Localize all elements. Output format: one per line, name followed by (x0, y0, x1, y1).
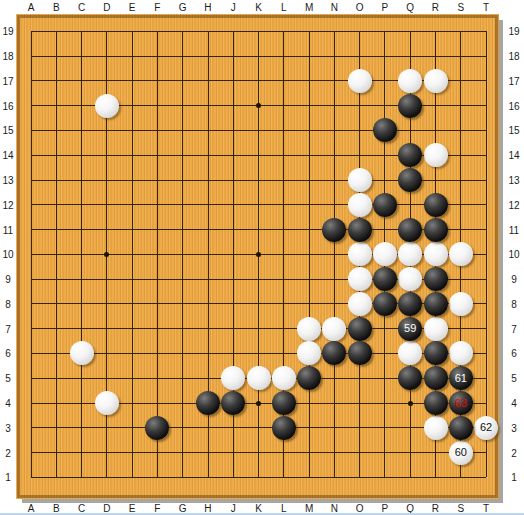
column-label-top-G: G (179, 2, 187, 13)
row-label-right-3: 3 (511, 422, 517, 433)
row-label-right-5: 5 (511, 373, 517, 384)
white-stone-O12[interactable] (348, 193, 372, 217)
move-number-61: 61 (455, 373, 467, 384)
row-label-right-8: 8 (511, 298, 517, 309)
row-label-left-15: 15 (2, 125, 13, 136)
row-label-right-4: 4 (511, 398, 517, 409)
column-label-bottom-E: E (129, 503, 136, 514)
row-label-right-2: 2 (511, 447, 517, 458)
white-stone-J5[interactable] (221, 366, 245, 390)
white-stone-S10[interactable] (449, 242, 473, 266)
white-stone-C6[interactable] (70, 341, 94, 365)
grid-line-horizontal (31, 452, 486, 453)
column-label-bottom-S: S (457, 503, 464, 514)
black-stone-L4[interactable] (272, 391, 296, 415)
black-stone-R5[interactable] (424, 366, 448, 390)
row-label-left-7: 7 (5, 323, 11, 334)
column-label-bottom-P: P (382, 503, 389, 514)
black-stone-R9[interactable] (424, 267, 448, 291)
black-stone-Q8[interactable] (398, 292, 422, 316)
row-label-right-9: 9 (511, 274, 517, 285)
column-label-bottom-D: D (103, 503, 110, 514)
row-label-left-13: 13 (2, 174, 13, 185)
row-label-left-14: 14 (2, 150, 13, 161)
column-label-bottom-C: C (78, 503, 85, 514)
column-label-bottom-H: H (204, 503, 211, 514)
row-label-right-14: 14 (508, 150, 519, 161)
row-label-left-9: 9 (5, 274, 11, 285)
white-stone-R7[interactable] (424, 317, 448, 341)
black-stone-Q16[interactable] (398, 94, 422, 118)
column-label-top-Q: Q (406, 2, 414, 13)
black-stone-S4[interactable]: 63 (449, 391, 473, 415)
column-label-bottom-Q: Q (406, 503, 414, 514)
column-label-top-C: C (78, 2, 85, 13)
row-label-right-17: 17 (508, 75, 519, 86)
black-stone-O7[interactable] (348, 317, 372, 341)
black-stone-Q13[interactable] (398, 168, 422, 192)
column-label-top-P: P (382, 2, 389, 13)
move-number-60: 60 (455, 447, 467, 458)
black-stone-F3[interactable] (145, 416, 169, 440)
black-stone-O11[interactable] (348, 218, 372, 242)
column-label-bottom-F: F (154, 503, 160, 514)
white-stone-P10[interactable] (373, 242, 397, 266)
grid-line-vertical (486, 31, 487, 477)
black-stone-M5[interactable] (297, 366, 321, 390)
row-label-right-6: 6 (511, 348, 517, 359)
row-label-left-3: 3 (5, 422, 11, 433)
black-stone-P8[interactable] (373, 292, 397, 316)
grid-line-vertical (309, 31, 310, 477)
row-label-right-13: 13 (508, 174, 519, 185)
row-label-left-17: 17 (2, 75, 13, 86)
black-stone-H4[interactable] (196, 391, 220, 415)
white-stone-M7[interactable] (297, 317, 321, 341)
black-stone-R11[interactable] (424, 218, 448, 242)
black-stone-Q7[interactable]: 59 (398, 317, 422, 341)
white-stone-L5[interactable] (272, 366, 296, 390)
star-point-K10 (256, 252, 261, 257)
black-stone-Q5[interactable] (398, 366, 422, 390)
column-label-top-N: N (331, 2, 338, 13)
white-stone-Q10[interactable] (398, 242, 422, 266)
star-point-Q4 (408, 401, 413, 406)
star-point-K16 (256, 103, 261, 108)
star-point-D10 (104, 252, 109, 257)
column-label-bottom-M: M (305, 503, 313, 514)
black-stone-Q14[interactable] (398, 143, 422, 167)
column-label-bottom-A: A (28, 503, 35, 514)
row-label-right-10: 10 (508, 249, 519, 260)
grid-line-horizontal (31, 427, 486, 428)
row-label-right-1: 1 (511, 472, 517, 483)
column-label-bottom-T: T (483, 503, 489, 514)
row-label-left-12: 12 (2, 199, 13, 210)
black-stone-J4[interactable] (221, 391, 245, 415)
row-label-left-19: 19 (2, 26, 13, 37)
white-stone-Q9[interactable] (398, 267, 422, 291)
black-stone-R6[interactable] (424, 341, 448, 365)
column-label-top-H: H (204, 2, 211, 13)
column-label-bottom-R: R (432, 503, 439, 514)
row-label-left-18: 18 (2, 51, 13, 62)
black-stone-P15[interactable] (373, 118, 397, 142)
black-stone-R12[interactable] (424, 193, 448, 217)
white-stone-R3[interactable] (424, 416, 448, 440)
white-stone-D16[interactable] (95, 94, 119, 118)
row-label-right-15: 15 (508, 125, 519, 136)
white-stone-Q6[interactable] (398, 341, 422, 365)
column-label-bottom-G: G (179, 503, 187, 514)
row-label-left-2: 2 (5, 447, 11, 458)
column-label-top-O: O (356, 2, 364, 13)
column-label-top-D: D (103, 2, 110, 13)
white-stone-O17[interactable] (348, 69, 372, 93)
column-label-bottom-N: N (331, 503, 338, 514)
white-stone-O8[interactable] (348, 292, 372, 316)
grid-line-vertical (334, 31, 335, 477)
black-stone-S3[interactable] (449, 416, 473, 440)
black-stone-S5[interactable]: 61 (449, 366, 473, 390)
row-label-right-18: 18 (508, 51, 519, 62)
move-number-63: 63 (455, 398, 467, 409)
row-label-left-1: 1 (5, 472, 11, 483)
black-stone-R8[interactable] (424, 292, 448, 316)
column-label-bottom-J: J (231, 503, 236, 514)
column-label-bottom-L: L (281, 503, 287, 514)
white-stone-T3[interactable]: 62 (474, 416, 498, 440)
column-label-top-R: R (432, 2, 439, 13)
row-label-left-5: 5 (5, 373, 11, 384)
white-stone-R14[interactable] (424, 143, 448, 167)
white-stone-D4[interactable] (95, 391, 119, 415)
column-label-bottom-B: B (53, 503, 60, 514)
white-stone-S2[interactable]: 60 (449, 441, 473, 465)
column-label-top-S: S (457, 2, 464, 13)
white-stone-R10[interactable] (424, 242, 448, 266)
column-label-top-A: A (28, 2, 35, 13)
move-number-62: 62 (480, 422, 492, 433)
row-label-left-10: 10 (2, 249, 13, 260)
black-stone-P9[interactable] (373, 267, 397, 291)
black-stone-Q11[interactable] (398, 218, 422, 242)
star-point-K4 (256, 401, 261, 406)
column-label-top-L: L (281, 2, 287, 13)
white-stone-S8[interactable] (449, 292, 473, 316)
row-label-left-11: 11 (3, 224, 13, 235)
row-label-left-4: 4 (5, 398, 11, 409)
black-stone-R4[interactable] (424, 391, 448, 415)
white-stone-K5[interactable] (247, 366, 271, 390)
black-stone-O6[interactable] (348, 341, 372, 365)
grid-line-horizontal (31, 477, 486, 478)
row-label-right-12: 12 (508, 199, 519, 210)
column-label-top-E: E (129, 2, 136, 13)
column-label-top-B: B (53, 2, 60, 13)
white-stone-O10[interactable] (348, 242, 372, 266)
row-label-left-16: 16 (2, 100, 13, 111)
row-label-left-8: 8 (5, 298, 11, 309)
row-label-right-16: 16 (508, 100, 519, 111)
white-stone-N7[interactable] (322, 317, 346, 341)
white-stone-S6[interactable] (449, 341, 473, 365)
black-stone-P12[interactable] (373, 193, 397, 217)
column-label-top-M: M (305, 2, 313, 13)
column-label-top-T: T (483, 2, 489, 13)
white-stone-M6[interactable] (297, 341, 321, 365)
white-stone-R17[interactable] (424, 69, 448, 93)
column-label-bottom-K: K (255, 503, 262, 514)
move-number-59: 59 (404, 323, 416, 334)
column-label-top-K: K (255, 2, 262, 13)
black-stone-N11[interactable] (322, 218, 346, 242)
black-stone-N6[interactable] (322, 341, 346, 365)
column-label-top-F: F (154, 2, 160, 13)
white-stone-O13[interactable] (348, 168, 372, 192)
go-board[interactable]: 6260596163 (16, 14, 499, 499)
row-label-right-7: 7 (511, 323, 517, 334)
white-stone-Q17[interactable] (398, 69, 422, 93)
row-label-left-6: 6 (5, 348, 11, 359)
column-label-bottom-O: O (356, 503, 364, 514)
black-stone-L3[interactable] (272, 416, 296, 440)
row-label-right-11: 11 (509, 224, 519, 235)
white-stone-O9[interactable] (348, 267, 372, 291)
column-label-top-J: J (231, 2, 236, 13)
row-label-right-19: 19 (508, 26, 519, 37)
go-diagram-page: 6260596163 AABBCCDDEEFFGGHHJJKKLLMMNNOOP… (0, 0, 524, 515)
